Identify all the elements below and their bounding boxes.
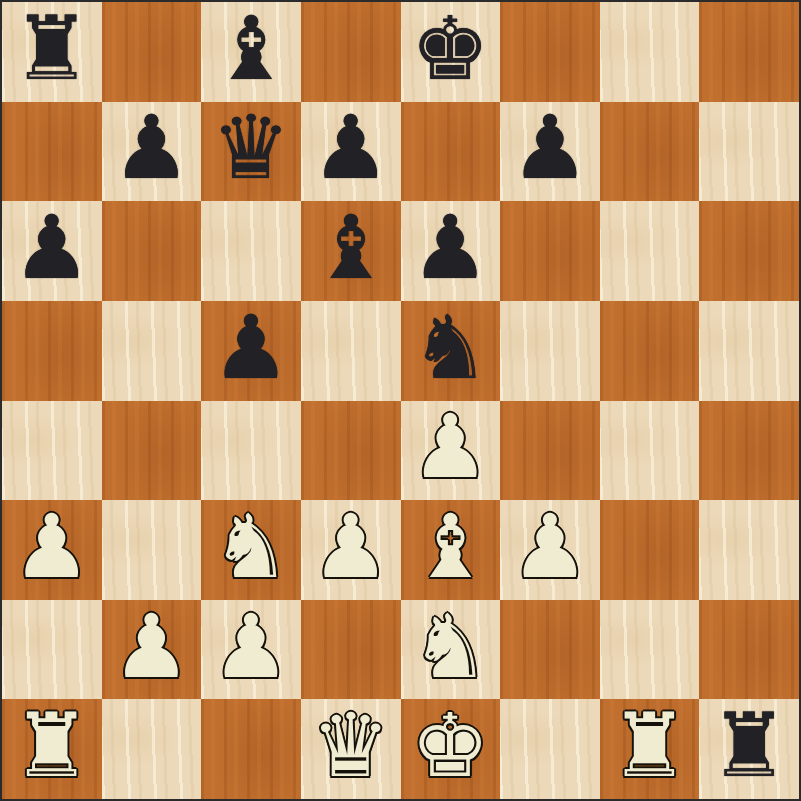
square-g7[interactable] [600,102,700,202]
black-king[interactable]: ♚ [411,5,490,93]
square-c1[interactable] [201,699,301,799]
square-g8[interactable] [600,2,700,102]
square-e1[interactable]: ♚ [401,699,501,799]
square-g2[interactable] [600,600,700,700]
square-h3[interactable] [699,500,799,600]
square-d7[interactable]: ♟ [301,102,401,202]
black-queen[interactable]: ♛ [212,104,291,192]
square-a6[interactable]: ♟ [2,201,102,301]
square-h5[interactable] [699,301,799,401]
white-king[interactable]: ♚ [411,702,490,790]
square-h2[interactable] [699,600,799,700]
square-e2[interactable]: ♞ [401,600,501,700]
black-pawn[interactable]: ♟ [212,304,291,392]
square-g6[interactable] [600,201,700,301]
square-c2[interactable]: ♟ [201,600,301,700]
square-b5[interactable] [102,301,202,401]
square-f3[interactable]: ♟ [500,500,600,600]
white-pawn[interactable]: ♟ [212,603,291,691]
square-b3[interactable] [102,500,202,600]
square-a7[interactable] [2,102,102,202]
square-d8[interactable] [301,2,401,102]
square-g1[interactable]: ♜ [600,699,700,799]
white-rook[interactable]: ♜ [610,702,689,790]
square-a8[interactable]: ♜ [2,2,102,102]
white-pawn[interactable]: ♟ [510,503,589,591]
square-a1[interactable]: ♜ [2,699,102,799]
square-b2[interactable]: ♟ [102,600,202,700]
square-b8[interactable] [102,2,202,102]
white-knight[interactable]: ♞ [212,503,291,591]
square-a5[interactable] [2,301,102,401]
square-f6[interactable] [500,201,600,301]
square-b1[interactable] [102,699,202,799]
white-pawn[interactable]: ♟ [311,503,390,591]
square-e7[interactable] [401,102,501,202]
black-pawn[interactable]: ♟ [12,204,91,292]
square-c4[interactable] [201,401,301,501]
square-f1[interactable] [500,699,600,799]
square-c8[interactable]: ♝ [201,2,301,102]
square-h8[interactable] [699,2,799,102]
black-bishop[interactable]: ♝ [212,5,291,93]
square-b7[interactable]: ♟ [102,102,202,202]
black-bishop[interactable]: ♝ [311,204,390,292]
white-rook[interactable]: ♜ [12,702,91,790]
black-pawn[interactable]: ♟ [311,104,390,192]
square-c7[interactable]: ♛ [201,102,301,202]
square-d1[interactable]: ♛ [301,699,401,799]
chess-board: ♜♝♚♟♛♟♟♟♝♟♟♞♟♟♞♟♝♟♟♟♞♜♛♚♜♜ [0,0,801,801]
square-d2[interactable] [301,600,401,700]
square-b6[interactable] [102,201,202,301]
black-rook[interactable]: ♜ [12,5,91,93]
square-e4[interactable]: ♟ [401,401,501,501]
white-pawn[interactable]: ♟ [112,603,191,691]
square-f4[interactable] [500,401,600,501]
square-e6[interactable]: ♟ [401,201,501,301]
black-knight[interactable]: ♞ [411,304,490,392]
square-f5[interactable] [500,301,600,401]
black-pawn[interactable]: ♟ [411,204,490,292]
square-g5[interactable] [600,301,700,401]
square-c3[interactable]: ♞ [201,500,301,600]
black-pawn[interactable]: ♟ [510,104,589,192]
square-c6[interactable] [201,201,301,301]
square-h6[interactable] [699,201,799,301]
black-pawn[interactable]: ♟ [112,104,191,192]
square-b4[interactable] [102,401,202,501]
square-h1[interactable]: ♜ [699,699,799,799]
square-e3[interactable]: ♝ [401,500,501,600]
white-pawn[interactable]: ♟ [411,403,490,491]
square-d4[interactable] [301,401,401,501]
white-queen[interactable]: ♛ [311,702,390,790]
square-e8[interactable]: ♚ [401,2,501,102]
square-g3[interactable] [600,500,700,600]
square-d3[interactable]: ♟ [301,500,401,600]
white-knight[interactable]: ♞ [411,603,490,691]
square-e5[interactable]: ♞ [401,301,501,401]
square-a4[interactable] [2,401,102,501]
square-d5[interactable] [301,301,401,401]
square-d6[interactable]: ♝ [301,201,401,301]
square-a3[interactable]: ♟ [2,500,102,600]
square-f8[interactable] [500,2,600,102]
square-h4[interactable] [699,401,799,501]
square-g4[interactable] [600,401,700,501]
white-pawn[interactable]: ♟ [12,503,91,591]
black-rook[interactable]: ♜ [710,702,789,790]
square-c5[interactable]: ♟ [201,301,301,401]
square-f7[interactable]: ♟ [500,102,600,202]
white-bishop[interactable]: ♝ [411,503,490,591]
square-a2[interactable] [2,600,102,700]
square-f2[interactable] [500,600,600,700]
square-h7[interactable] [699,102,799,202]
